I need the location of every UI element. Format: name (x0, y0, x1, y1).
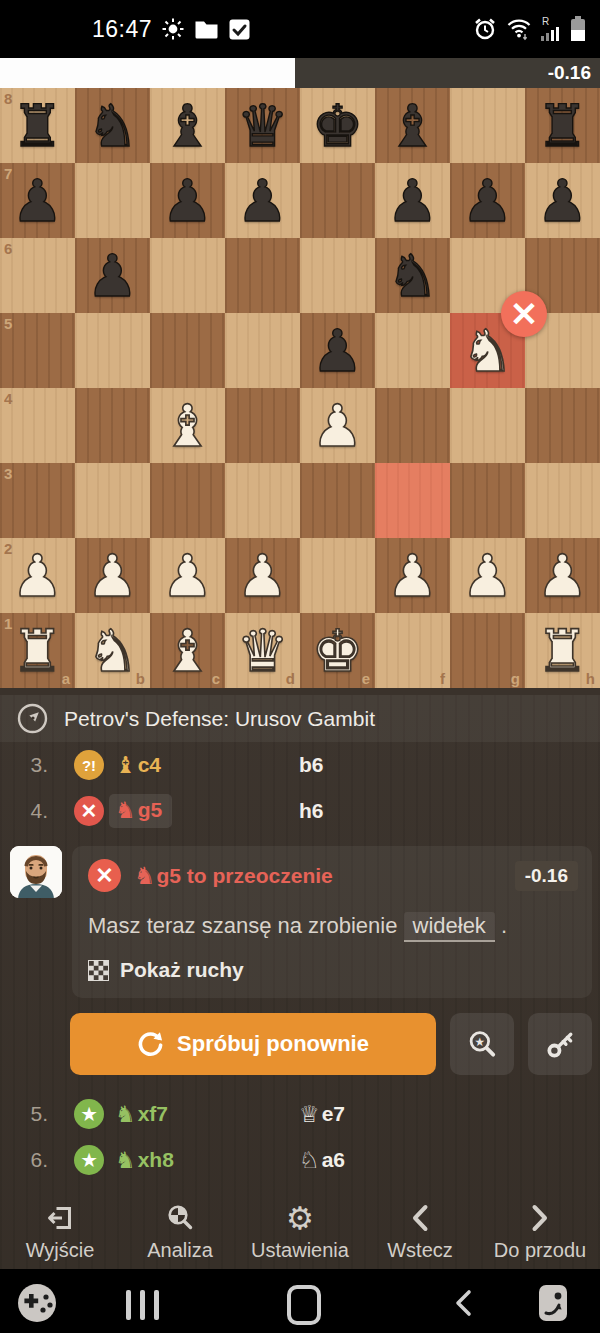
back-move-button[interactable]: Wstecz (360, 1195, 480, 1269)
black-pawn[interactable]: ♟ (150, 163, 225, 238)
white-move[interactable]: ♝c4 (115, 752, 299, 778)
alarm-icon (473, 17, 497, 41)
black-king[interactable]: ♚ (300, 88, 375, 163)
square-d4[interactable] (225, 388, 300, 463)
white-move[interactable]: ♞xf7 (115, 1101, 299, 1127)
square-a1[interactable]: 1a♜ (0, 613, 75, 688)
best-move-badge: ★ (74, 1099, 104, 1129)
retry-icon (137, 1031, 164, 1058)
key-icon (545, 1029, 576, 1060)
opening-row[interactable]: Petrov's Defense: Urusov Gambit (0, 695, 600, 742)
square-f4[interactable] (375, 388, 450, 463)
square-g2[interactable]: ♟ (450, 538, 525, 613)
square-b7[interactable] (75, 163, 150, 238)
black-bishop[interactable]: ♝ (375, 88, 450, 163)
white-rook[interactable]: ♜ (0, 613, 75, 688)
eval-chip: -0.16 (515, 861, 578, 891)
recents-icon[interactable] (126, 1290, 159, 1320)
black-pawn[interactable]: ♟ (0, 163, 75, 238)
game-tools-icon[interactable] (16, 1282, 58, 1328)
magnifier-star-icon: ★ (466, 1028, 498, 1060)
svg-text:★: ★ (475, 1035, 486, 1049)
retry-button[interactable]: Spróbuj ponownie (70, 1013, 436, 1075)
gear-icon: ⚙ (286, 1202, 314, 1234)
black-move[interactable]: h6 (299, 799, 324, 823)
white-pawn[interactable]: ♟ (450, 538, 525, 613)
rank-label: 4 (4, 390, 12, 407)
white-king[interactable]: ♚ (300, 613, 375, 688)
black-pawn[interactable]: ♟ (450, 163, 525, 238)
square-g3[interactable] (450, 463, 525, 538)
square-b3[interactable] (75, 463, 150, 538)
square-h8[interactable]: ♜ (525, 88, 600, 163)
white-pawn[interactable]: ♟ (300, 388, 375, 463)
file-label: g (511, 670, 520, 687)
coach-bubble: ✕ ♞g5 to przeoczenie -0.16 Masz teraz sz… (72, 846, 592, 998)
square-h2[interactable]: ♟ (525, 538, 600, 613)
miss-badge: ✕ (74, 796, 104, 826)
coach-avatar[interactable] (10, 846, 62, 898)
folder-icon (194, 18, 219, 40)
home-icon[interactable] (287, 1285, 321, 1325)
square-a7[interactable]: 7♟ (0, 163, 75, 238)
square-d3[interactable] (225, 463, 300, 538)
square-a4[interactable]: 4 (0, 388, 75, 463)
square-g4[interactable] (450, 388, 525, 463)
move-row-6[interactable]: 6. ★ ♞xh8 ♘a6 (0, 1137, 600, 1183)
brightness-icon (161, 17, 185, 41)
square-e6[interactable] (300, 238, 375, 313)
square-h4[interactable] (525, 388, 600, 463)
white-bishop[interactable]: ♝ (150, 388, 225, 463)
square-f6[interactable]: ♞ (375, 238, 450, 313)
knight-figurine: ♞ (134, 862, 156, 890)
knight-figurine: ♞ (115, 1101, 136, 1127)
checkbox-icon (228, 18, 251, 41)
move-number: 4. (0, 799, 48, 823)
square-c1[interactable]: c♝ (150, 613, 225, 688)
coach-headline: ♞g5 to przeoczenie (134, 862, 333, 890)
rank-label: 5 (4, 315, 12, 332)
signal-icon: R (541, 17, 561, 41)
status-bar: 16:47 (0, 0, 600, 58)
miss-x-icon: ✕ (88, 859, 121, 892)
square-e7[interactable] (300, 163, 375, 238)
square-b8[interactable]: ♞ (75, 88, 150, 163)
black-bishop[interactable]: ♝ (150, 88, 225, 163)
square-c8[interactable]: ♝ (150, 88, 225, 163)
square-f5[interactable] (375, 313, 450, 388)
clock-time: 16:47 (92, 16, 152, 43)
chess-board[interactable]: 8♜♞♝♛♚♝♜7♟♟♟♟♟♟6♟♞5♟♞4♝♟32♟♟♟♟♟♟♟1a♜b♞c♝… (0, 88, 600, 688)
forward-move-button[interactable]: Do przodu (480, 1195, 600, 1269)
back-icon[interactable] (452, 1287, 474, 1323)
square-d8[interactable]: ♛ (225, 88, 300, 163)
move-row-4[interactable]: 4. ✕ ♞g5 h6 (0, 788, 600, 834)
settings-button[interactable]: ⚙ Ustawienia (240, 1195, 360, 1269)
square-d2[interactable]: ♟ (225, 538, 300, 613)
black-pawn[interactable]: ♟ (375, 163, 450, 238)
eval-score: -0.16 (548, 58, 591, 88)
black-pawn[interactable]: ♟ (300, 313, 375, 388)
white-pawn[interactable]: ♟ (525, 538, 600, 613)
opening-title: Petrov's Defense: Urusov Gambit (64, 707, 375, 731)
bottom-toolbar: Wyjście Analiza ⚙ Ustawienia (0, 1195, 600, 1269)
key-moments-button[interactable] (528, 1013, 592, 1075)
action-button-row: Spróbuj ponownie ★ (70, 1013, 592, 1075)
square-e2[interactable] (300, 538, 375, 613)
black-queen[interactable]: ♛ (225, 88, 300, 163)
square-a5[interactable]: 5 (0, 313, 75, 388)
move-number: 3. (0, 753, 48, 777)
edge-panel-icon[interactable] (533, 1282, 573, 1328)
move-row-3[interactable]: 3. ?! ♝c4 b6 (0, 742, 600, 788)
compass-icon (16, 702, 49, 735)
square-c2[interactable]: ♟ (150, 538, 225, 613)
black-move[interactable]: b6 (299, 753, 324, 777)
analysis-panel: Petrov's Defense: Urusov Gambit 3. ?! ♝c… (0, 695, 600, 1269)
bishop-figurine: ♝ (115, 752, 136, 778)
square-h3[interactable] (525, 463, 600, 538)
wifi-icon (506, 17, 532, 41)
white-pawn[interactable]: ♟ (375, 538, 450, 613)
black-knight[interactable]: ♞ (375, 238, 450, 313)
chevron-right-icon (529, 1202, 551, 1234)
square-c5[interactable] (150, 313, 225, 388)
glossary-term[interactable]: widełek (404, 912, 495, 942)
square-f2[interactable]: ♟ (375, 538, 450, 613)
square-d7[interactable]: ♟ (225, 163, 300, 238)
evaluation-bar: -0.16 (0, 58, 600, 88)
white-move[interactable]: ♞xh8 (115, 1147, 299, 1173)
white-rook[interactable]: ♜ (525, 613, 600, 688)
best-move-badge: ★ (74, 1145, 104, 1175)
knight-figurine: ♞ (115, 1147, 136, 1173)
analysis-button[interactable]: Analiza (120, 1195, 240, 1269)
coach-message: Masz teraz szansę na zrobienie widełek . (88, 911, 578, 941)
exit-icon (45, 1202, 75, 1234)
move-row-5[interactable]: 5. ★ ♞xf7 ♕e7 (0, 1091, 600, 1137)
square-g1[interactable]: g (450, 613, 525, 688)
knight-figurine: ♘ (299, 1147, 320, 1173)
black-move[interactable]: ♘a6 (299, 1147, 345, 1173)
square-e4[interactable]: ♟ (300, 388, 375, 463)
white-pawn[interactable]: ♟ (150, 538, 225, 613)
square-b4[interactable] (75, 388, 150, 463)
square-g7[interactable]: ♟ (450, 163, 525, 238)
white-move-selected[interactable]: ♞g5 (115, 794, 299, 828)
square-f8[interactable]: ♝ (375, 88, 450, 163)
coach-comment: ✕ ♞g5 to przeoczenie -0.16 Masz teraz sz… (0, 846, 600, 998)
square-a8[interactable]: 8♜ (0, 88, 75, 163)
square-h1[interactable]: h♜ (525, 613, 600, 688)
square-b6[interactable]: ♟ (75, 238, 150, 313)
white-queen[interactable]: ♛ (225, 613, 300, 688)
knight-figurine: ♞ (115, 797, 136, 823)
square-c4[interactable]: ♝ (150, 388, 225, 463)
square-b5[interactable] (75, 313, 150, 388)
chess-app-screen: 16:47 (0, 0, 600, 1333)
inaccuracy-badge: ?! (74, 750, 104, 780)
deep-analysis-button[interactable]: ★ (450, 1013, 514, 1075)
square-e8[interactable]: ♚ (300, 88, 375, 163)
square-a6[interactable]: 6 (0, 238, 75, 313)
square-c3[interactable] (150, 463, 225, 538)
move-number: 5. (0, 1102, 48, 1126)
analysis-magnifier-icon (165, 1202, 195, 1234)
square-f7[interactable]: ♟ (375, 163, 450, 238)
network-r-label: R (542, 17, 549, 27)
white-knight[interactable]: ♞ (75, 613, 150, 688)
square-e1[interactable]: e♚ (300, 613, 375, 688)
square-b2[interactable]: ♟ (75, 538, 150, 613)
white-bishop[interactable]: ♝ (150, 613, 225, 688)
rank-label: 6 (4, 240, 12, 257)
square-f3[interactable] (375, 463, 450, 538)
queen-figurine: ♕ (299, 1101, 320, 1127)
square-f1[interactable]: f (375, 613, 450, 688)
black-rook[interactable]: ♜ (525, 88, 600, 163)
black-knight[interactable]: ♞ (75, 88, 150, 163)
square-c6[interactable] (150, 238, 225, 313)
square-h7[interactable]: ♟ (525, 163, 600, 238)
white-pawn[interactable]: ♟ (0, 538, 75, 613)
white-pawn[interactable]: ♟ (225, 538, 300, 613)
square-d5[interactable] (225, 313, 300, 388)
square-a3[interactable]: 3 (0, 463, 75, 538)
mini-board-icon (88, 960, 109, 981)
file-label: f (440, 670, 445, 687)
battery-icon (570, 16, 586, 42)
show-moves-button[interactable]: Pokaż ruchy (88, 958, 578, 982)
android-navbar (0, 1269, 600, 1333)
square-g8[interactable] (450, 88, 525, 163)
square-a2[interactable]: 2♟ (0, 538, 75, 613)
white-pawn[interactable]: ♟ (75, 538, 150, 613)
blunder-x-badge: ✕ (501, 291, 547, 337)
square-d6[interactable] (225, 238, 300, 313)
square-d1[interactable]: d♛ (225, 613, 300, 688)
square-c7[interactable]: ♟ (150, 163, 225, 238)
black-pawn[interactable]: ♟ (75, 238, 150, 313)
rank-label: 3 (4, 465, 12, 482)
black-pawn[interactable]: ♟ (525, 163, 600, 238)
square-e5[interactable]: ♟ (300, 313, 375, 388)
black-rook[interactable]: ♜ (0, 88, 75, 163)
move-number: 6. (0, 1148, 48, 1172)
square-b1[interactable]: b♞ (75, 613, 150, 688)
eval-white-portion (0, 58, 295, 88)
chevron-left-icon (409, 1202, 431, 1234)
square-e3[interactable] (300, 463, 375, 538)
black-move[interactable]: ♕e7 (299, 1101, 345, 1127)
black-pawn[interactable]: ♟ (225, 163, 300, 238)
exit-button[interactable]: Wyjście (0, 1195, 120, 1269)
